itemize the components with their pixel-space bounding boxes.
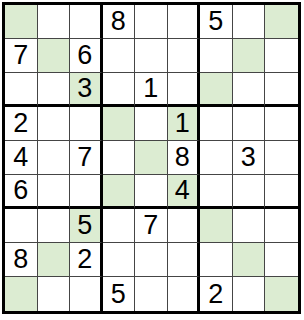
cell-r7c5[interactable]: 7 <box>135 209 168 243</box>
cell-r3c6[interactable] <box>168 73 201 107</box>
cell-r1c4[interactable]: 8 <box>103 5 136 39</box>
cell-r8c3[interactable]: 2 <box>70 243 103 277</box>
cell-r6c7[interactable] <box>200 175 233 209</box>
cell-r3c7[interactable] <box>200 73 233 107</box>
cell-r6c3[interactable] <box>70 175 103 209</box>
cell-r4c6[interactable]: 1 <box>168 107 201 141</box>
sudoku-board: 85763121478364578252 <box>2 2 301 314</box>
cell-r4c5[interactable] <box>135 107 168 141</box>
cell-r1c8[interactable] <box>233 5 266 39</box>
cell-r1c6[interactable] <box>168 5 201 39</box>
cell-r4c4[interactable] <box>103 107 136 141</box>
cell-r9c3[interactable] <box>70 277 103 311</box>
cell-r4c3[interactable] <box>70 107 103 141</box>
cell-r5c7[interactable] <box>200 141 233 175</box>
cell-r9c8[interactable] <box>233 277 266 311</box>
cell-r8c6[interactable] <box>168 243 201 277</box>
cell-r2c7[interactable] <box>200 39 233 73</box>
cell-r8c1[interactable]: 8 <box>5 243 38 277</box>
cell-r6c5[interactable] <box>135 175 168 209</box>
cell-r5c2[interactable] <box>38 141 71 175</box>
cell-r7c1[interactable] <box>5 209 38 243</box>
cell-r6c9[interactable] <box>265 175 298 209</box>
cell-r4c8[interactable] <box>233 107 266 141</box>
cell-r5c8[interactable]: 3 <box>233 141 266 175</box>
cell-r7c3[interactable]: 5 <box>70 209 103 243</box>
cell-r6c8[interactable] <box>233 175 266 209</box>
cell-r2c1[interactable]: 7 <box>5 39 38 73</box>
cell-r2c9[interactable] <box>265 39 298 73</box>
cell-r7c2[interactable] <box>38 209 71 243</box>
cell-r7c4[interactable] <box>103 209 136 243</box>
cell-r1c1[interactable] <box>5 5 38 39</box>
cell-r8c2[interactable] <box>38 243 71 277</box>
cell-r2c6[interactable] <box>168 39 201 73</box>
cell-r3c9[interactable] <box>265 73 298 107</box>
cell-r9c1[interactable] <box>5 277 38 311</box>
cell-r4c1[interactable]: 2 <box>5 107 38 141</box>
cell-r2c5[interactable] <box>135 39 168 73</box>
cell-r5c5[interactable] <box>135 141 168 175</box>
cell-r5c4[interactable] <box>103 141 136 175</box>
cell-r7c6[interactable] <box>168 209 201 243</box>
cell-r8c5[interactable] <box>135 243 168 277</box>
cell-r9c6[interactable] <box>168 277 201 311</box>
cell-r3c2[interactable] <box>38 73 71 107</box>
cell-r9c9[interactable] <box>265 277 298 311</box>
cell-r5c6[interactable]: 8 <box>168 141 201 175</box>
cell-r9c5[interactable] <box>135 277 168 311</box>
cell-r4c2[interactable] <box>38 107 71 141</box>
cell-r8c4[interactable] <box>103 243 136 277</box>
cell-r4c7[interactable] <box>200 107 233 141</box>
cell-r6c1[interactable]: 6 <box>5 175 38 209</box>
cell-r8c8[interactable] <box>233 243 266 277</box>
cell-r1c2[interactable] <box>38 5 71 39</box>
cell-r6c2[interactable] <box>38 175 71 209</box>
cell-r1c7[interactable]: 5 <box>200 5 233 39</box>
cell-r6c6[interactable]: 4 <box>168 175 201 209</box>
cell-r8c7[interactable] <box>200 243 233 277</box>
cell-r2c3[interactable]: 6 <box>70 39 103 73</box>
cell-r9c2[interactable] <box>38 277 71 311</box>
cell-r1c9[interactable] <box>265 5 298 39</box>
cell-r1c5[interactable] <box>135 5 168 39</box>
cell-r7c7[interactable] <box>200 209 233 243</box>
cell-r3c8[interactable] <box>233 73 266 107</box>
cell-r7c9[interactable] <box>265 209 298 243</box>
cell-r5c1[interactable]: 4 <box>5 141 38 175</box>
cell-r3c4[interactable] <box>103 73 136 107</box>
cell-r9c7[interactable]: 2 <box>200 277 233 311</box>
cell-r1c3[interactable] <box>70 5 103 39</box>
cell-r2c4[interactable] <box>103 39 136 73</box>
cell-r2c2[interactable] <box>38 39 71 73</box>
cell-r2c8[interactable] <box>233 39 266 73</box>
cell-r9c4[interactable]: 5 <box>103 277 136 311</box>
cell-r3c1[interactable] <box>5 73 38 107</box>
cell-r5c9[interactable] <box>265 141 298 175</box>
cell-r8c9[interactable] <box>265 243 298 277</box>
cell-r7c8[interactable] <box>233 209 266 243</box>
cell-r4c9[interactable] <box>265 107 298 141</box>
cell-r5c3[interactable]: 7 <box>70 141 103 175</box>
cell-r3c3[interactable]: 3 <box>70 73 103 107</box>
cell-r6c4[interactable] <box>103 175 136 209</box>
cell-r3c5[interactable]: 1 <box>135 73 168 107</box>
